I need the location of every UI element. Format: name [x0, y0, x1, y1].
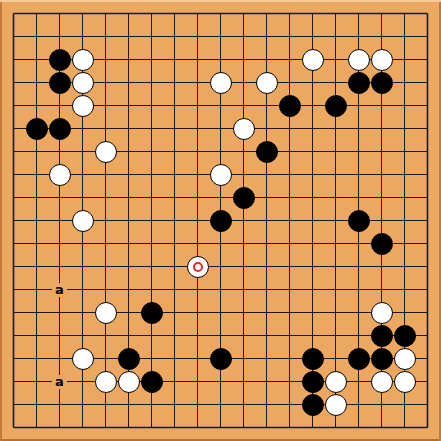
black-stone [233, 187, 255, 209]
black-stone [118, 348, 140, 370]
black-stone [302, 371, 324, 393]
black-stone [141, 371, 163, 393]
stones-layer: aa [0, 0, 441, 441]
white-stone [325, 371, 347, 393]
white-stone [49, 164, 71, 186]
point-label-a: a [52, 283, 67, 297]
black-stone [49, 49, 71, 71]
black-stone [49, 118, 71, 140]
circle-marker-icon [193, 262, 203, 272]
black-stone [49, 72, 71, 94]
white-stone [348, 49, 370, 71]
white-stone [210, 72, 232, 94]
white-stone [233, 118, 255, 140]
white-stone [72, 49, 94, 71]
white-stone [371, 302, 393, 324]
black-stone [348, 210, 370, 232]
white-stone [371, 49, 393, 71]
white-stone [371, 371, 393, 393]
black-stone [26, 118, 48, 140]
point-label-a: a [52, 375, 67, 389]
white-stone [72, 72, 94, 94]
black-stone [371, 233, 393, 255]
black-stone [394, 325, 416, 347]
black-stone [141, 302, 163, 324]
white-stone [325, 394, 347, 416]
white-stone-marked [187, 256, 209, 278]
black-stone [371, 348, 393, 370]
white-stone [302, 49, 324, 71]
white-stone [95, 302, 117, 324]
black-stone [325, 95, 347, 117]
black-stone [210, 348, 232, 370]
black-stone [371, 72, 393, 94]
black-stone [371, 325, 393, 347]
black-stone [348, 348, 370, 370]
white-stone [72, 95, 94, 117]
white-stone [210, 164, 232, 186]
black-stone [302, 348, 324, 370]
black-stone [210, 210, 232, 232]
white-stone [394, 348, 416, 370]
white-stone [72, 348, 94, 370]
black-stone [256, 141, 278, 163]
white-stone [72, 210, 94, 232]
black-stone [279, 95, 301, 117]
white-stone [256, 72, 278, 94]
white-stone [95, 141, 117, 163]
go-board: aa [0, 0, 441, 441]
white-stone [118, 371, 140, 393]
black-stone [302, 394, 324, 416]
black-stone [348, 72, 370, 94]
white-stone [394, 371, 416, 393]
white-stone [95, 371, 117, 393]
